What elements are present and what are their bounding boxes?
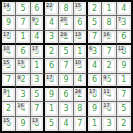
cage-sum-label: 9 (32, 17, 36, 23)
cell-r2c4[interactable]: 4 (45, 16, 59, 30)
cell-digit: 1 (49, 105, 54, 113)
cell-r8c2[interactable]: 164 (16, 102, 30, 116)
cell-r2c5[interactable]: 201 (59, 16, 73, 30)
cage-sum-label: 15 (3, 118, 10, 124)
cell-r1c7[interactable]: 2 (88, 2, 102, 16)
cell-r7c4[interactable]: 9 (45, 88, 59, 102)
cell-r1c1[interactable]: 143 (2, 2, 16, 16)
cell-digit: 9 (20, 120, 25, 128)
cage-sum-label: 15 (3, 60, 10, 66)
cell-r6c4[interactable]: 178 (45, 74, 59, 88)
cell-r3c8[interactable]: 169 (102, 31, 116, 45)
cage-sum-label: 9 (17, 75, 21, 81)
cell-r5c4[interactable]: 6 (45, 59, 59, 73)
cell-digit: 3 (121, 19, 126, 27)
cell-digit: 1 (121, 76, 126, 84)
killer-sudoku-board: 1435622781592149792420165873178143292135… (0, 0, 133, 133)
cell-r8c9[interactable]: 5 (117, 102, 131, 116)
cell-r1c2[interactable]: 5 (16, 2, 30, 16)
cell-digit: 6 (34, 5, 39, 13)
cell-r7c8[interactable]: 114 (102, 88, 116, 102)
cell-digit: 7 (92, 33, 97, 41)
cell-r7c2[interactable]: 3 (16, 88, 30, 102)
cell-digit: 6 (77, 19, 82, 27)
cage-sum-label: 22 (46, 3, 53, 9)
cell-r3c7[interactable]: 7 (88, 31, 102, 45)
cell-r1c3[interactable]: 6 (31, 2, 45, 16)
cage-sum-label: 17 (89, 89, 96, 95)
cell-r9c8[interactable]: 3 (102, 117, 116, 131)
cell-r9c3[interactable]: 138 (31, 117, 45, 131)
cell-r3c3[interactable]: 4 (31, 31, 45, 45)
cell-digit: 8 (106, 19, 111, 27)
cage-sum-label: 16 (103, 32, 110, 38)
cell-digit: 3 (106, 120, 111, 128)
cell-r6c7[interactable]: 6 (88, 74, 102, 88)
cage-sum-label: 11 (103, 89, 110, 95)
cell-digit: 5 (34, 91, 39, 99)
cell-digit: 9 (49, 91, 54, 99)
cell-r3c5[interactable]: 292 (59, 31, 73, 45)
cell-r8c4[interactable]: 1 (45, 102, 59, 116)
cell-digit: 2 (49, 48, 54, 56)
cell-digit: 2 (106, 62, 111, 70)
cell-r7c1[interactable]: 31 (2, 88, 16, 102)
cage-sum-label: 7 (118, 17, 122, 23)
cell-r4c6[interactable]: 1 (74, 45, 88, 59)
cell-r5c1[interactable]: 155 (2, 59, 16, 73)
cell-digit: 9 (121, 62, 126, 70)
cell-r5c7[interactable]: 4 (88, 59, 102, 73)
cell-r2c2[interactable]: 7 (16, 16, 30, 30)
cage-sum-label: 10 (75, 60, 82, 66)
cell-r9c9[interactable]: 2 (117, 117, 131, 131)
cell-r1c6[interactable]: 159 (74, 2, 88, 16)
cell-r1c5[interactable]: 8 (59, 2, 73, 16)
cell-digit: 2 (92, 5, 97, 13)
cell-digit: 7 (77, 120, 82, 128)
cell-digit: 4 (77, 76, 82, 84)
cell-r4c7[interactable]: 63 (88, 45, 102, 59)
cell-r4c3[interactable]: 179 (31, 45, 45, 59)
cage-sum-label: 16 (17, 103, 24, 109)
cell-r7c7[interactable]: 178 (88, 88, 102, 102)
cage-sum-label: 9 (103, 75, 107, 81)
cell-r5c6[interactable]: 103 (74, 59, 88, 73)
cell-digit: 3 (34, 76, 39, 84)
cell-digit: 2 (121, 120, 126, 128)
cell-r5c2[interactable]: 138 (16, 59, 30, 73)
cell-r3c6[interactable]: 135 (74, 31, 88, 45)
cell-r9c6[interactable]: 7 (74, 117, 88, 131)
cell-r2c6[interactable]: 6 (74, 16, 88, 30)
cell-r6c8[interactable]: 95 (102, 74, 116, 88)
cell-digit: 6 (121, 33, 126, 41)
cell-r6c2[interactable]: 92 (16, 74, 30, 88)
cell-digit: 1 (20, 33, 25, 41)
cage-sum-label: 24 (75, 89, 82, 95)
cell-r6c1[interactable]: 7 (2, 74, 16, 88)
cell-digit: 4 (63, 120, 68, 128)
cage-sum-label: 13 (75, 32, 82, 38)
cell-r4c5[interactable]: 5 (59, 45, 73, 59)
cell-r4c1[interactable]: 104 (2, 45, 16, 59)
cell-digit: 6 (63, 91, 68, 99)
cell-r2c8[interactable]: 8 (102, 16, 116, 30)
cell-digit: 3 (20, 91, 25, 99)
cell-r7c3[interactable]: 5 (31, 88, 45, 102)
cell-digit: 4 (49, 19, 54, 27)
cell-r8c3[interactable]: 7 (31, 102, 45, 116)
cell-r2c3[interactable]: 92 (31, 16, 45, 30)
cell-r2c7[interactable]: 5 (88, 16, 102, 30)
cell-digit: 6 (49, 62, 54, 70)
cell-digit: 7 (106, 48, 111, 56)
cell-digit: 9 (6, 19, 11, 27)
cage-sum-label: 17 (46, 75, 53, 81)
cell-r7c6[interactable]: 242 (74, 88, 88, 102)
cell-digit: 3 (49, 33, 54, 41)
cell-digit: 7 (34, 105, 39, 113)
cell-r3c2[interactable]: 1 (16, 31, 30, 45)
cell-r4c4[interactable]: 2 (45, 45, 59, 59)
cell-digit: 4 (121, 5, 126, 13)
cell-r3c1[interactable]: 178 (2, 31, 16, 45)
cage-sum-label: 17 (103, 103, 110, 109)
cell-digit: 6 (20, 48, 25, 56)
cage-sum-label: 20 (60, 17, 67, 23)
cell-digit: 4 (34, 33, 39, 41)
cell-r9c4[interactable]: 5 (45, 117, 59, 131)
cell-r6c9[interactable]: 1 (117, 74, 131, 88)
cage-sum-label: 12 (118, 46, 125, 52)
cell-r5c3[interactable]: 1 (31, 59, 45, 73)
cell-r2c9[interactable]: 73 (117, 16, 131, 30)
cell-digit: 1 (77, 48, 82, 56)
cell-r4c8[interactable]: 7 (102, 45, 116, 59)
cell-digit: 3 (63, 105, 68, 113)
cell-r8c6[interactable]: 8 (74, 102, 88, 116)
cell-r9c5[interactable]: 4 (59, 117, 73, 131)
cell-r3c4[interactable]: 3 (45, 31, 59, 45)
cell-r8c5[interactable]: 3 (59, 102, 73, 116)
cell-digit: 5 (121, 105, 126, 113)
cell-r8c8[interactable]: 176 (102, 102, 116, 116)
cell-digit: 1 (106, 5, 111, 13)
cage-sum-label: 17 (32, 46, 39, 52)
cell-r9c7[interactable]: 1 (88, 117, 102, 131)
cell-r1c8[interactable]: 1 (102, 2, 116, 16)
cell-r5c5[interactable]: 7 (59, 59, 73, 73)
cell-digit: 7 (121, 91, 126, 99)
cage-sum-label: 10 (3, 46, 10, 52)
cell-digit: 5 (49, 120, 54, 128)
cage-sum-label: 29 (60, 32, 67, 38)
cell-r7c9[interactable]: 7 (117, 88, 131, 102)
cage-sum-label: 6 (89, 46, 93, 52)
cell-r6c3[interactable]: 3 (31, 74, 45, 88)
cell-r8c7[interactable]: 9 (88, 102, 102, 116)
cell-digit: 5 (92, 19, 97, 27)
cell-r6c5[interactable]: 9 (59, 74, 73, 88)
cell-r7c5[interactable]: 6 (59, 88, 73, 102)
cage-sum-label: 17 (3, 32, 10, 38)
cell-digit: 7 (6, 76, 11, 84)
cell-r1c4[interactable]: 227 (45, 2, 59, 16)
cell-r2c1[interactable]: 9 (2, 16, 16, 30)
cell-digit: 6 (92, 76, 97, 84)
cell-digit: 8 (77, 105, 82, 113)
cage-sum-label: 13 (32, 118, 39, 124)
cell-r5c8[interactable]: 2 (102, 59, 116, 73)
cell-digit: 1 (92, 120, 97, 128)
cell-r4c9[interactable]: 128 (117, 45, 131, 59)
cell-r5c9[interactable]: 9 (117, 59, 131, 73)
cell-r4c2[interactable]: 6 (16, 45, 30, 59)
cell-r1c9[interactable]: 4 (117, 2, 131, 16)
cell-digit: 2 (6, 105, 11, 113)
cell-digit: 5 (63, 48, 68, 56)
cage-sum-label: 3 (3, 89, 7, 95)
cell-digit: 1 (34, 62, 39, 70)
cell-r3c9[interactable]: 6 (117, 31, 131, 45)
cage-sum-label: 14 (3, 3, 10, 9)
cell-digit: 8 (63, 5, 68, 13)
cell-digit: 9 (92, 105, 97, 113)
cell-digit: 5 (20, 5, 25, 13)
cage-sum-label: 15 (75, 3, 82, 9)
cell-digit: 9 (63, 76, 68, 84)
cell-r8c1[interactable]: 2 (2, 102, 16, 116)
cell-digit: 7 (20, 19, 25, 27)
cell-r6c6[interactable]: 4 (74, 74, 88, 88)
cell-r9c2[interactable]: 9 (16, 117, 30, 131)
cell-r9c1[interactable]: 156 (2, 117, 16, 131)
cell-digit: 7 (63, 62, 68, 70)
cell-digit: 4 (92, 62, 97, 70)
cage-sum-label: 13 (17, 60, 24, 66)
